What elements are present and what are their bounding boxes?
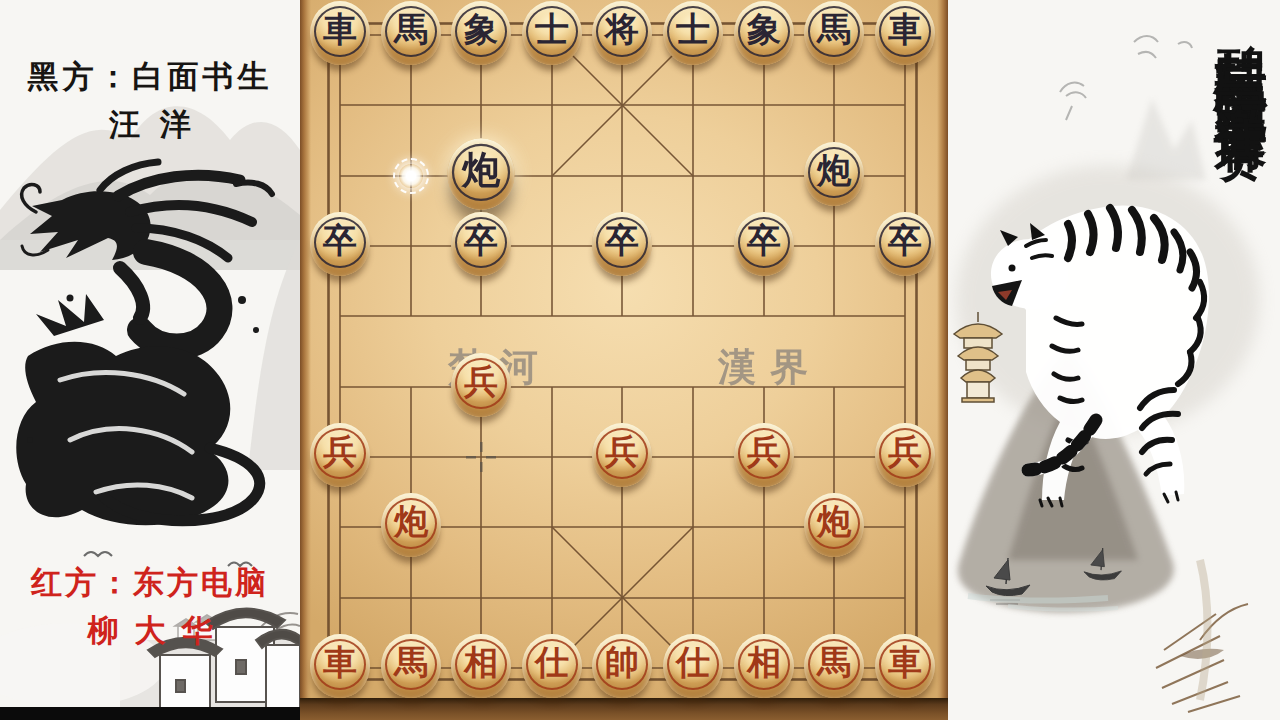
xiangqi-broadcast-screen: 黑方：白面书生 汪洋 红方：东方电脑 柳大华 <box>0 0 1280 720</box>
piece-glyph: 相 <box>747 646 781 680</box>
piece-glyph: 車 <box>888 13 922 47</box>
piece-black-cannon[interactable]: 炮 <box>804 142 864 206</box>
left-panel: 黑方：白面书生 汪洋 红方：东方电脑 柳大华 <box>0 0 300 720</box>
piece-glyph: 兵 <box>747 435 781 469</box>
piece-glyph: 兵 <box>323 435 357 469</box>
piece-black-rook[interactable]: 車 <box>310 1 370 65</box>
piece-black-horse[interactable]: 馬 <box>381 1 441 65</box>
red-player-label: 红方：东方电脑 <box>0 562 300 604</box>
piece-black-cannon[interactable]: 炮 <box>447 138 514 210</box>
piece-red-cannon[interactable]: 炮 <box>804 493 864 557</box>
piece-glyph: 相 <box>464 646 498 680</box>
piece-black-advisor[interactable]: 士 <box>522 1 582 65</box>
bottom-black-bar <box>0 707 300 720</box>
river-text-right: 漢界 <box>688 342 838 393</box>
piece-red-pawn[interactable]: 兵 <box>875 423 935 487</box>
piece-red-horse[interactable]: 馬 <box>804 634 864 698</box>
piece-red-pawn[interactable]: 兵 <box>451 353 511 417</box>
piece-glyph: 卒 <box>888 224 922 258</box>
piece-glyph: 炮 <box>817 154 851 188</box>
piece-black-elephant[interactable]: 象 <box>734 1 794 65</box>
piece-red-elephant[interactable]: 相 <box>734 634 794 698</box>
piece-glyph: 炮 <box>817 505 851 539</box>
move-marker-glow-crosshair <box>387 152 435 200</box>
piece-glyph: 帥 <box>605 646 639 680</box>
piece-glyph: 馬 <box>817 13 851 47</box>
event-title-vertical: 碧桂园杯全国冠军邀请赛 <box>1208 2 1274 718</box>
piece-black-horse[interactable]: 馬 <box>804 1 864 65</box>
piece-glyph: 将 <box>605 13 639 47</box>
move-marker-cross <box>466 442 496 472</box>
piece-glyph: 兵 <box>605 435 639 469</box>
piece-red-pawn[interactable]: 兵 <box>310 423 370 487</box>
piece-glyph: 卒 <box>464 224 498 258</box>
piece-black-advisor[interactable]: 士 <box>663 1 723 65</box>
piece-glyph: 士 <box>676 13 710 47</box>
piece-glyph: 馬 <box>817 646 851 680</box>
cranes-sketch <box>1060 36 1192 120</box>
piece-red-rook[interactable]: 車 <box>310 634 370 698</box>
piece-red-advisor[interactable]: 仕 <box>663 634 723 698</box>
piece-glyph: 卒 <box>747 224 781 258</box>
piece-black-pawn[interactable]: 卒 <box>875 212 935 276</box>
piece-black-king[interactable]: 将 <box>592 1 652 65</box>
piece-red-elephant[interactable]: 相 <box>451 634 511 698</box>
piece-red-pawn[interactable]: 兵 <box>592 423 652 487</box>
piece-red-pawn[interactable]: 兵 <box>734 423 794 487</box>
red-player-name: 柳大华 <box>0 610 300 652</box>
piece-black-pawn[interactable]: 卒 <box>734 212 794 276</box>
right-panel: 碧桂园杯全国冠军邀请赛 <box>948 0 1280 720</box>
piece-black-elephant[interactable]: 象 <box>451 1 511 65</box>
piece-black-pawn[interactable]: 卒 <box>451 212 511 276</box>
piece-red-horse[interactable]: 馬 <box>381 634 441 698</box>
piece-glyph: 兵 <box>464 365 498 399</box>
piece-glyph: 仕 <box>535 646 569 680</box>
dragon-icon <box>16 162 272 525</box>
black-player-name: 汪洋 <box>0 104 300 146</box>
piece-red-rook[interactable]: 車 <box>875 634 935 698</box>
piece-glyph: 士 <box>535 13 569 47</box>
piece-glyph: 車 <box>323 646 357 680</box>
piece-glyph: 兵 <box>888 435 922 469</box>
piece-black-rook[interactable]: 車 <box>875 1 935 65</box>
piece-glyph: 仕 <box>676 646 710 680</box>
piece-glyph: 炮 <box>394 505 428 539</box>
piece-red-king[interactable]: 帥 <box>592 634 652 698</box>
piece-glyph: 車 <box>323 13 357 47</box>
piece-glyph: 馬 <box>394 646 428 680</box>
piece-glyph: 炮 <box>462 152 500 190</box>
piece-black-pawn[interactable]: 卒 <box>592 212 652 276</box>
piece-glyph: 象 <box>464 13 498 47</box>
board-grid <box>300 0 948 720</box>
piece-glyph: 卒 <box>323 224 357 258</box>
piece-glyph: 卒 <box>605 224 639 258</box>
piece-glyph: 車 <box>888 646 922 680</box>
piece-red-advisor[interactable]: 仕 <box>522 634 582 698</box>
piece-glyph: 馬 <box>394 13 428 47</box>
piece-glyph: 象 <box>747 13 781 47</box>
piece-black-pawn[interactable]: 卒 <box>310 212 370 276</box>
piece-red-cannon[interactable]: 炮 <box>381 493 441 557</box>
black-player-label: 黑方：白面书生 <box>0 56 300 98</box>
board-bottom-edge <box>300 698 948 720</box>
xiangqi-board[interactable]: 楚河 漢界 車馬象士将士象馬車炮炮卒卒卒卒卒兵兵兵兵兵炮炮車馬相仕帥仕相馬車 <box>300 0 948 720</box>
